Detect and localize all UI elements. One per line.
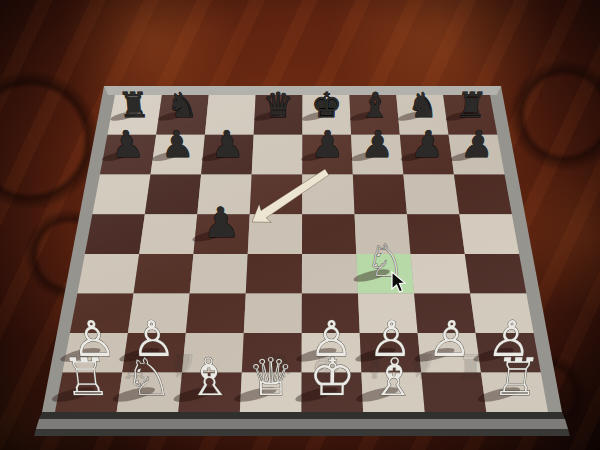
square-d4[interactable] xyxy=(246,254,302,294)
square-h6[interactable] xyxy=(454,175,512,215)
piece-white-Q-d1[interactable]: ♕ xyxy=(247,347,294,407)
board-front-base xyxy=(34,429,570,436)
square-h4[interactable] xyxy=(465,254,527,294)
piece-white-N-b1[interactable]: ♘ xyxy=(122,347,173,407)
piece-black-R-h8[interactable]: ♜ xyxy=(454,85,488,125)
piece-white-B-c1[interactable]: ♗ xyxy=(185,347,234,407)
square-c3[interactable] xyxy=(186,294,246,334)
square-g5[interactable] xyxy=(407,214,465,254)
piece-black-N-g8[interactable]: ♞ xyxy=(406,85,439,125)
piece-white-K-e1[interactable]: ♔ xyxy=(309,347,356,407)
piece-black-N-b8[interactable]: ♞ xyxy=(165,85,198,125)
piece-white-R-a1[interactable]: ♖ xyxy=(60,348,114,408)
square-a4[interactable] xyxy=(77,254,139,294)
piece-black-B-f8[interactable]: ♝ xyxy=(359,85,391,125)
square-f6[interactable] xyxy=(353,175,407,215)
square-c4[interactable] xyxy=(190,254,248,294)
chess-board-3d[interactable]: ♜♜♞♞♛♛♚♚♝♝♞♞♜♜♟♟♟♟♟♟♟♟♟♟♟♟♟♟♟♟♘♘♙♙♙♙♙♙♙♙… xyxy=(0,0,600,450)
piece-black-P-f7[interactable]: ♟ xyxy=(360,123,395,166)
square-b4[interactable] xyxy=(134,254,194,294)
piece-black-R-a8[interactable]: ♜ xyxy=(116,85,150,125)
board-front-band xyxy=(36,419,568,429)
square-d3[interactable] xyxy=(244,294,302,334)
square-e4[interactable] xyxy=(302,254,358,294)
square-a6[interactable] xyxy=(92,175,150,215)
square-b5[interactable] xyxy=(139,214,197,254)
piece-black-Q-d8[interactable]: ♛ xyxy=(263,85,294,125)
square-a5[interactable] xyxy=(85,214,145,254)
piece-black-P-g7[interactable]: ♟ xyxy=(410,123,446,166)
board-front-edge xyxy=(39,412,565,419)
square-g4[interactable] xyxy=(411,254,471,294)
square-g6[interactable] xyxy=(403,175,459,215)
game-scene: ♜♜♞♞♛♛♚♚♝♝♞♞♜♜♟♟♟♟♟♟♟♟♟♟♟♟♟♟♟♟♘♘♙♙♙♙♙♙♙♙… xyxy=(0,0,600,450)
piece-black-P-b7[interactable]: ♟ xyxy=(159,123,195,166)
square-e5[interactable] xyxy=(302,214,356,254)
piece-black-P-c5[interactable]: ♟ xyxy=(201,198,241,247)
piece-white-P-g2[interactable]: ♙ xyxy=(426,310,475,368)
piece-black-P-h7[interactable]: ♟ xyxy=(459,123,496,166)
square-d7[interactable] xyxy=(252,135,303,175)
piece-black-P-a7[interactable]: ♟ xyxy=(108,123,145,166)
piece-black-P-e7[interactable]: ♟ xyxy=(311,123,345,166)
piece-white-B-f1[interactable]: ♗ xyxy=(369,347,418,407)
piece-black-K-e8[interactable]: ♚ xyxy=(311,85,342,125)
piece-black-P-c7[interactable]: ♟ xyxy=(210,123,245,166)
board-rim-top xyxy=(104,86,501,95)
square-b6[interactable] xyxy=(145,175,201,215)
square-h5[interactable] xyxy=(459,214,519,254)
piece-white-R-h1[interactable]: ♖ xyxy=(490,348,544,408)
